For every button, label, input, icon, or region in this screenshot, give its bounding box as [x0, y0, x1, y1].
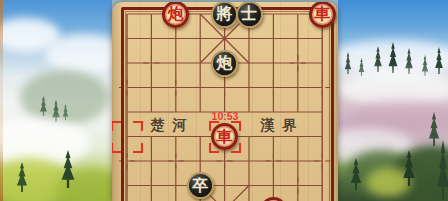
- background-left-mountains: [0, 0, 112, 201]
- foliage: [366, 168, 411, 196]
- game-screen: 楚河 漢界 10:53 炮將士車炮車卒: [0, 0, 448, 201]
- photo-edge-strip: [0, 0, 3, 201]
- clock-overlay: 10:53: [201, 110, 249, 122]
- black-soldier[interactable]: 卒: [187, 172, 214, 199]
- background-right-mountains: [338, 0, 448, 201]
- red-cannon[interactable]: 炮: [162, 2, 189, 28]
- river-label-han-jie: 漢界: [253, 116, 311, 134]
- black-advisor[interactable]: 士: [236, 2, 263, 28]
- red-chariot-right[interactable]: 車: [309, 2, 336, 28]
- cloud: [45, 34, 112, 74]
- board-frame: [121, 7, 334, 201]
- red-chariot-moved[interactable]: 車: [211, 123, 238, 150]
- xiangqi-board[interactable]: 楚河 漢界 10:53 炮將士車炮車卒: [112, 2, 338, 201]
- black-general[interactable]: 將: [211, 2, 238, 28]
- river-label-chu-he: 楚河: [143, 116, 201, 134]
- black-cannon[interactable]: 炮: [211, 50, 238, 77]
